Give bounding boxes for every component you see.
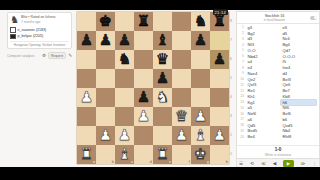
rank-coordinate-2: 2 [230, 133, 232, 137]
black-bishop[interactable]: ♝ [153, 31, 172, 50]
square-d4[interactable]: ♟ [134, 88, 153, 107]
square-d5[interactable] [134, 69, 153, 88]
square-a3[interactable] [77, 107, 96, 126]
black-queen[interactable]: ♛ [153, 50, 172, 69]
black-king[interactable]: ♚ [96, 12, 115, 31]
move-row-10: 10Qe2Bxf3 [237, 76, 319, 82]
file-coordinate-b: b [112, 160, 114, 164]
analysis-page: 21:14 ♞ Blitz • Rated on lichess 7 month… [0, 10, 320, 167]
white-move-12[interactable]: Re1 [246, 88, 281, 93]
move-row-5: 5O-OQd7 [237, 48, 319, 54]
square-a2[interactable] [77, 126, 96, 145]
move-row-14: 14Kg1h6 [237, 99, 319, 105]
move-number: 2 [237, 31, 246, 35]
white-move-10[interactable]: Qe2 [246, 77, 281, 82]
white-knight[interactable]: ♞ [153, 88, 172, 107]
black-knight[interactable]: ♞ [115, 50, 134, 69]
game-info-panel: ♞ Blitz • Rated on lichess 7 months ago … [7, 12, 72, 49]
move-row-17: 17a6b6 [237, 117, 319, 123]
square-c4[interactable] [115, 88, 134, 107]
square-e6[interactable]: ♛ [153, 50, 172, 69]
black-move-9[interactable]: d4 [281, 71, 316, 76]
square-b6[interactable] [96, 50, 115, 69]
file-coordinate-h: h [226, 160, 228, 164]
black-move-4[interactable]: Bg4 [281, 42, 316, 47]
square-c2[interactable]: ♟ [115, 126, 134, 145]
square-e1[interactable]: ♜e [153, 145, 172, 164]
move-number: 1 [237, 25, 246, 29]
square-h4[interactable] [210, 88, 229, 107]
square-g6[interactable] [191, 50, 210, 69]
move-row-7: 7a4f5 [237, 59, 319, 65]
black-move-15[interactable]: Nf6 [281, 105, 316, 110]
top-letterbox-bar [0, 0, 320, 10]
gear-icon[interactable]: ⚙ [42, 53, 46, 58]
move-list: 1g3e52Bg2d53d3Nc64Nf3Bg45O-OQd76Nbd2O-O-… [237, 24, 319, 145]
square-a4[interactable]: ♟ [77, 88, 96, 107]
white-pawn[interactable]: ♟ [77, 88, 96, 107]
square-g3[interactable]: ♟ [191, 107, 210, 126]
move-number: 7 [237, 60, 246, 64]
square-h5[interactable] [210, 69, 229, 88]
square-b5[interactable] [96, 69, 115, 88]
white-move-4[interactable]: Nf3 [246, 42, 281, 47]
black-pawn[interactable]: ♟ [191, 31, 210, 50]
termination-text: White is victorious [237, 153, 319, 157]
square-e7[interactable]: ♝ [153, 31, 172, 50]
white-move-16[interactable]: Nxf6 [246, 111, 281, 116]
move-row-2: 2Bg2d5 [237, 30, 319, 36]
white-move-6[interactable]: Nbd2 [246, 54, 281, 59]
square-c8[interactable] [115, 12, 134, 31]
move-number: 17 [237, 117, 246, 121]
square-c3[interactable] [115, 107, 134, 126]
move-number: 10 [237, 77, 246, 81]
square-f2[interactable]: ♟ [172, 126, 191, 145]
move-number: 20 [237, 135, 246, 139]
black-move-13[interactable]: Kb8 [281, 94, 316, 99]
move-number: 14 [237, 100, 246, 104]
square-e8[interactable] [153, 12, 172, 31]
square-d2[interactable] [134, 126, 153, 145]
black-move-1[interactable]: e5 [281, 25, 316, 30]
white-color-icon [10, 27, 16, 33]
black-pawn[interactable]: ♟ [115, 31, 134, 50]
white-move-15[interactable]: a5 [246, 105, 281, 110]
black-move-18[interactable]: Qxd5 [281, 123, 316, 128]
rank-coordinate-3: 3 [230, 114, 232, 118]
square-h2[interactable]: ♟ [210, 126, 229, 145]
file-coordinate-f: f [189, 160, 190, 164]
square-f5[interactable] [172, 69, 191, 88]
move-number: 11 [237, 83, 246, 87]
black-rook[interactable]: ♜ [134, 12, 153, 31]
knight-game-icon: ♞ [10, 15, 19, 25]
black-move-19[interactable]: Nb4 [281, 128, 316, 133]
square-e3[interactable] [153, 107, 172, 126]
rank-coordinate-7: 7 [230, 38, 232, 42]
move-row-12: 12Re1Be7 [237, 88, 319, 94]
white-player-row[interactable]: e_sazonov (2183) [10, 27, 69, 33]
move-row-15: 15a5Nf6 [237, 105, 319, 111]
white-pawn[interactable]: ♟ [191, 107, 210, 126]
square-a8[interactable] [77, 12, 96, 31]
square-f3[interactable]: ♛ [172, 107, 191, 126]
video-timestamp-overlay: 21:14 [213, 9, 228, 15]
rank-coordinate-5: 5 [230, 76, 232, 80]
square-f6[interactable] [172, 50, 191, 69]
black-pawn[interactable]: ♟ [77, 31, 96, 50]
engine-header: Stockfish 16 in local browser [237, 12, 319, 24]
player-name: e_sazonov (2183) [18, 28, 47, 32]
square-d7[interactable] [134, 31, 153, 50]
rank-coordinate-1: 1 [230, 152, 232, 156]
request-analysis-button[interactable]: Request [48, 52, 66, 59]
square-f4[interactable] [172, 88, 191, 107]
file-coordinate-a: a [93, 160, 95, 164]
square-f7[interactable] [172, 31, 191, 50]
square-g7[interactable]: ♟ [191, 31, 210, 50]
square-a6[interactable] [77, 50, 96, 69]
bottom-letterbox-bar [0, 167, 320, 180]
move-number: 19 [237, 129, 246, 133]
square-h1[interactable]: h [210, 145, 229, 164]
computer-analysis-label: Computer analysis [7, 54, 40, 58]
square-h6[interactable]: ♟ [210, 50, 229, 69]
move-row-3: 3d3Nc6 [237, 36, 319, 42]
square-e4[interactable]: ♞ [153, 88, 172, 107]
move-row-13: 13Kh1Kb8 [237, 94, 319, 100]
move-row-8: 8e4fxe4 [237, 65, 319, 71]
white-move-9[interactable]: Nxe4 [246, 71, 281, 76]
next-move-icon[interactable]: ▶ [283, 160, 293, 167]
black-move-10[interactable]: Bxf3 [281, 77, 316, 82]
square-g1[interactable]: ♚g [191, 145, 210, 164]
move-row-1: 1g3e5 [237, 25, 319, 31]
file-coordinate-e: e [169, 160, 171, 164]
square-h7[interactable] [210, 31, 229, 50]
move-number: 18 [237, 123, 246, 127]
square-b7[interactable]: ♟ [96, 31, 115, 50]
white-move-7[interactable]: a4 [246, 59, 281, 64]
black-pawn[interactable]: ♟ [96, 31, 115, 50]
black-pawn[interactable]: ♟ [210, 50, 229, 69]
move-number: 4 [237, 43, 246, 47]
square-b8[interactable]: ♚ [96, 12, 115, 31]
square-e2[interactable] [153, 126, 172, 145]
move-number: 8 [237, 66, 246, 70]
black-move-2[interactable]: d5 [281, 31, 316, 36]
move-row-18: 18Qd5Qxd5 [237, 122, 319, 128]
black-move-7[interactable]: f5 [281, 59, 316, 64]
divider [10, 41, 69, 42]
square-d3[interactable]: ♟ [134, 107, 153, 126]
file-coordinate-g: g [207, 160, 209, 164]
white-pawn[interactable]: ♟ [210, 126, 229, 145]
move-row-6: 6Nbd2O-O-O [237, 53, 319, 59]
white-move-1[interactable]: g3 [246, 25, 281, 30]
black-knight[interactable]: ♞ [191, 12, 210, 31]
white-pawn[interactable]: ♟ [96, 126, 115, 145]
move-number: 9 [237, 71, 246, 75]
player-name: p_belyav (2205) [18, 34, 44, 38]
file-coordinate-c: c [131, 160, 133, 164]
square-g8[interactable]: ♞ [191, 12, 210, 31]
rank-coordinate-8: 8 [230, 19, 232, 23]
square-c5[interactable] [115, 69, 134, 88]
square-b2[interactable]: ♟ [96, 126, 115, 145]
square-a5[interactable] [77, 69, 96, 88]
square-c6[interactable]: ♞ [115, 50, 134, 69]
white-move-20[interactable]: Be4 [246, 134, 281, 139]
engine-location: in local browser [239, 18, 310, 22]
file-coordinate-d: d [150, 160, 152, 164]
move-number: 5 [237, 48, 246, 52]
black-move-20[interactable]: Rhf8 [281, 134, 316, 139]
square-g2[interactable]: ♝ [191, 126, 210, 145]
white-move-14[interactable]: Kg1 [246, 100, 281, 105]
black-move-16[interactable]: Bxf6 [281, 111, 316, 116]
black-pawn[interactable]: ♟ [134, 88, 153, 107]
result-block: 1-0 White is victorious [237, 145, 319, 158]
pencil-icon[interactable]: ✎ [68, 53, 72, 58]
square-h3[interactable] [210, 107, 229, 126]
square-f8[interactable] [172, 12, 191, 31]
move-row-16: 16Nxf6Bxf6 [237, 111, 319, 117]
rank-coordinate-6: 6 [230, 57, 232, 61]
game-result: 1-0 [237, 147, 319, 152]
move-row-9: 9Nxe4d4 [237, 71, 319, 77]
square-e5[interactable]: ♟ [153, 69, 172, 88]
white-queen[interactable]: ♛ [172, 107, 191, 126]
black-pawn[interactable]: ♟ [153, 69, 172, 88]
rank-coordinate-4: 4 [230, 95, 232, 99]
move-number: 12 [237, 89, 246, 93]
square-b3[interactable] [96, 107, 115, 126]
white-bishop[interactable]: ♝ [191, 126, 210, 145]
square-g5[interactable] [191, 69, 210, 88]
black-move-14[interactable]: h6 [281, 100, 316, 105]
square-b1[interactable]: b [96, 145, 115, 164]
white-move-2[interactable]: Bg2 [246, 31, 281, 36]
square-a7[interactable]: ♟ [77, 31, 96, 50]
white-move-11[interactable]: Qxf3 [246, 82, 281, 87]
white-move-8[interactable]: e4 [246, 65, 281, 70]
move-row-4: 4Nf3Bg4 [237, 42, 319, 48]
opening-name: Hungarian Opening: Sicilian Invitation [10, 44, 69, 48]
chess-board[interactable]: ♚♜♞♜♟♟♟♝♟♞♛♟♟♟♟♞♟♛♟♟♟♟♝♟♜ab♝cd♜ef♚gh [77, 12, 229, 164]
white-move-5[interactable]: O-O [246, 48, 281, 53]
black-move-12[interactable]: Be7 [281, 88, 316, 93]
black-move-17[interactable]: b6 [281, 117, 316, 122]
move-number: 3 [237, 37, 246, 41]
move-row-11: 11Qxf3Qe6 [237, 82, 319, 88]
square-b4[interactable] [96, 88, 115, 107]
black-player-row[interactable]: p_belyav (2205) [10, 34, 69, 40]
game-meta-line: Blitz • Rated on lichess [21, 15, 56, 19]
black-move-5[interactable]: Qd7 [281, 48, 316, 53]
white-pawn[interactable]: ♟ [172, 126, 191, 145]
square-c7[interactable]: ♟ [115, 31, 134, 50]
white-move-3[interactable]: d3 [246, 36, 281, 41]
move-number: 16 [237, 112, 246, 116]
black-move-6[interactable]: O-O-O [281, 54, 316, 59]
move-number: 6 [237, 54, 246, 58]
move-row-20: 20Be4Rhf8 [237, 134, 319, 140]
black-move-11[interactable]: Qe6 [281, 82, 316, 87]
black-move-8[interactable]: fxe4 [281, 65, 316, 70]
white-move-19[interactable]: Bxd5 [246, 128, 281, 133]
move-panel: Stockfish 16 in local browser 1g3e52Bg2d… [236, 11, 320, 169]
white-move-18[interactable]: Qd5 [246, 123, 281, 128]
game-date-line: 7 months ago [21, 20, 56, 24]
square-c1[interactable]: ♝c [115, 145, 134, 164]
square-d8[interactable]: ♜ [134, 12, 153, 31]
square-d6[interactable] [134, 50, 153, 69]
black-color-icon [10, 34, 16, 40]
rank-coordinates: 87654321 [230, 12, 235, 164]
move-row-19: 19Bxd5Nb4 [237, 128, 319, 134]
white-move-17[interactable]: a6 [246, 117, 281, 122]
white-pawn[interactable]: ♟ [115, 126, 134, 145]
black-move-3[interactable]: Nc6 [281, 36, 316, 41]
square-d1[interactable]: d [134, 145, 153, 164]
white-move-13[interactable]: Kh1 [246, 94, 281, 99]
move-number: 15 [237, 106, 246, 110]
square-a1[interactable]: ♜a [77, 145, 96, 164]
square-g4[interactable] [191, 88, 210, 107]
move-number: 13 [237, 94, 246, 98]
white-pawn[interactable]: ♟ [134, 107, 153, 126]
square-f1[interactable]: f [172, 145, 191, 164]
engine-toggle[interactable] [310, 16, 317, 20]
